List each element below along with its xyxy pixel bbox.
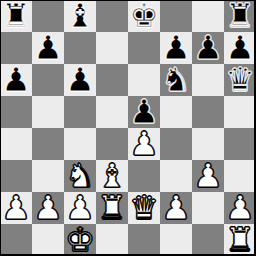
square-b6[interactable] — [32, 64, 64, 96]
black-pawn-b7[interactable]: ♟ — [32, 32, 64, 64]
white-rook-d2[interactable]: ♜ — [96, 192, 128, 224]
black-queen-h6[interactable]: ♛ — [224, 64, 256, 96]
black-king-e8[interactable]: ♚ — [128, 0, 160, 32]
square-f1[interactable] — [160, 224, 192, 256]
square-g6[interactable] — [192, 64, 224, 96]
square-h5[interactable] — [224, 96, 256, 128]
black-pawn-c6[interactable]: ♟ — [64, 64, 96, 96]
square-f6[interactable]: ♞ — [160, 64, 192, 96]
white-pawn-a2[interactable]: ♟ — [0, 192, 32, 224]
white-pawn-e4[interactable]: ♟ — [128, 128, 160, 160]
square-b1[interactable] — [32, 224, 64, 256]
square-d5[interactable] — [96, 96, 128, 128]
square-a1[interactable] — [0, 224, 32, 256]
square-c6[interactable]: ♟ — [64, 64, 96, 96]
square-g1[interactable] — [192, 224, 224, 256]
square-d1[interactable] — [96, 224, 128, 256]
square-e1[interactable] — [128, 224, 160, 256]
square-e2[interactable]: ♛ — [128, 192, 160, 224]
square-a4[interactable] — [0, 128, 32, 160]
black-bishop-c8[interactable]: ♝ — [64, 0, 96, 32]
square-c8[interactable]: ♝ — [64, 0, 96, 32]
square-c5[interactable] — [64, 96, 96, 128]
chess-board: ♜♝♚♜♟♟♟♟♟♟♞♛♟♟♞♝♟♟♟♟♜♛♟♟♚♜ — [0, 0, 256, 256]
square-a2[interactable]: ♟ — [0, 192, 32, 224]
square-d6[interactable] — [96, 64, 128, 96]
square-a5[interactable] — [0, 96, 32, 128]
white-pawn-b2[interactable]: ♟ — [32, 192, 64, 224]
black-pawn-a6[interactable]: ♟ — [0, 64, 32, 96]
square-e4[interactable]: ♟ — [128, 128, 160, 160]
square-d2[interactable]: ♜ — [96, 192, 128, 224]
square-e8[interactable]: ♚ — [128, 0, 160, 32]
square-h6[interactable]: ♛ — [224, 64, 256, 96]
white-pawn-g3[interactable]: ♟ — [192, 160, 224, 192]
square-b7[interactable]: ♟ — [32, 32, 64, 64]
square-g2[interactable] — [192, 192, 224, 224]
square-a8[interactable]: ♜ — [0, 0, 32, 32]
square-g3[interactable]: ♟ — [192, 160, 224, 192]
black-pawn-g7[interactable]: ♟ — [192, 32, 224, 64]
square-h1[interactable]: ♜ — [224, 224, 256, 256]
white-queen-e2[interactable]: ♛ — [128, 192, 160, 224]
square-d8[interactable] — [96, 0, 128, 32]
square-g7[interactable]: ♟ — [192, 32, 224, 64]
square-c1[interactable]: ♚ — [64, 224, 96, 256]
square-b4[interactable] — [32, 128, 64, 160]
black-knight-f6[interactable]: ♞ — [160, 64, 192, 96]
square-f5[interactable] — [160, 96, 192, 128]
square-b5[interactable] — [32, 96, 64, 128]
white-king-c1[interactable]: ♚ — [64, 224, 96, 256]
black-rook-a8[interactable]: ♜ — [0, 0, 32, 32]
square-a6[interactable]: ♟ — [0, 64, 32, 96]
chess-board-wrapper: ♜♝♚♜♟♟♟♟♟♟♞♛♟♟♞♝♟♟♟♟♜♛♟♟♚♜ — [0, 0, 256, 256]
white-rook-h1[interactable]: ♜ — [224, 224, 256, 256]
square-h4[interactable] — [224, 128, 256, 160]
square-f4[interactable] — [160, 128, 192, 160]
white-pawn-f2[interactable]: ♟ — [160, 192, 192, 224]
square-b2[interactable]: ♟ — [32, 192, 64, 224]
square-f2[interactable]: ♟ — [160, 192, 192, 224]
square-e7[interactable] — [128, 32, 160, 64]
square-d7[interactable] — [96, 32, 128, 64]
square-g5[interactable] — [192, 96, 224, 128]
